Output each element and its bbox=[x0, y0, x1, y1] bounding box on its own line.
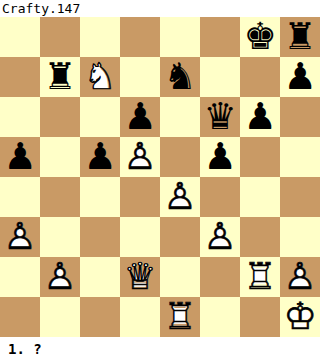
square-b4[interactable] bbox=[40, 177, 80, 217]
piece-white-p-fill: ♟ bbox=[40, 257, 80, 297]
move-prompt: 1. ? bbox=[0, 337, 320, 360]
piece-white-p-fill: ♟ bbox=[280, 257, 320, 297]
piece-black-p-icon: ♟ bbox=[200, 137, 240, 177]
piece-white-p-icon: ♙ bbox=[40, 257, 80, 297]
square-h3[interactable] bbox=[280, 217, 320, 257]
square-f4[interactable] bbox=[200, 177, 240, 217]
square-d7[interactable] bbox=[120, 57, 160, 97]
chess-board: ♚♜♜♞♘♞♟♟♛♟♟♟♟♙♟♟♙♟♙♟♙♟♙♛♕♜♖♟♙♜♖♚♔ bbox=[0, 17, 320, 337]
square-c5[interactable]: ♟ bbox=[80, 137, 120, 177]
square-h1[interactable]: ♚♔ bbox=[280, 297, 320, 337]
square-b1[interactable] bbox=[40, 297, 80, 337]
piece-white-p-fill: ♟ bbox=[0, 217, 40, 257]
piece-white-p-fill: ♟ bbox=[160, 177, 200, 217]
piece-black-r-icon: ♜ bbox=[280, 17, 320, 57]
square-f8[interactable] bbox=[200, 17, 240, 57]
square-h7[interactable]: ♟ bbox=[280, 57, 320, 97]
square-f2[interactable] bbox=[200, 257, 240, 297]
square-e1[interactable]: ♜♖ bbox=[160, 297, 200, 337]
square-a6[interactable] bbox=[0, 97, 40, 137]
square-e4[interactable]: ♟♙ bbox=[160, 177, 200, 217]
square-a5[interactable]: ♟ bbox=[0, 137, 40, 177]
piece-white-r-icon: ♖ bbox=[160, 297, 200, 337]
piece-black-n-icon: ♞ bbox=[160, 57, 200, 97]
square-d3[interactable] bbox=[120, 217, 160, 257]
square-c7[interactable]: ♞♘ bbox=[80, 57, 120, 97]
piece-white-p-icon: ♙ bbox=[200, 217, 240, 257]
piece-white-p-icon: ♙ bbox=[0, 217, 40, 257]
square-a3[interactable]: ♟♙ bbox=[0, 217, 40, 257]
square-d6[interactable]: ♟ bbox=[120, 97, 160, 137]
square-g3[interactable] bbox=[240, 217, 280, 257]
square-b6[interactable] bbox=[40, 97, 80, 137]
piece-black-p-icon: ♟ bbox=[80, 137, 120, 177]
square-f6[interactable]: ♛ bbox=[200, 97, 240, 137]
square-g7[interactable] bbox=[240, 57, 280, 97]
piece-black-q-icon: ♛ bbox=[200, 97, 240, 137]
square-d2[interactable]: ♛♕ bbox=[120, 257, 160, 297]
square-g6[interactable]: ♟ bbox=[240, 97, 280, 137]
window-title: Crafty.147 bbox=[0, 0, 320, 17]
square-b2[interactable]: ♟♙ bbox=[40, 257, 80, 297]
square-d8[interactable] bbox=[120, 17, 160, 57]
square-d1[interactable] bbox=[120, 297, 160, 337]
piece-black-r-icon: ♜ bbox=[40, 57, 80, 97]
square-f1[interactable] bbox=[200, 297, 240, 337]
square-d4[interactable] bbox=[120, 177, 160, 217]
square-c3[interactable] bbox=[80, 217, 120, 257]
square-f5[interactable]: ♟ bbox=[200, 137, 240, 177]
square-h2[interactable]: ♟♙ bbox=[280, 257, 320, 297]
square-g2[interactable]: ♜♖ bbox=[240, 257, 280, 297]
square-g5[interactable] bbox=[240, 137, 280, 177]
square-b7[interactable]: ♜ bbox=[40, 57, 80, 97]
square-h4[interactable] bbox=[280, 177, 320, 217]
piece-white-p-fill: ♟ bbox=[200, 217, 240, 257]
square-b5[interactable] bbox=[40, 137, 80, 177]
piece-white-r-fill: ♜ bbox=[240, 257, 280, 297]
square-a2[interactable] bbox=[0, 257, 40, 297]
square-e7[interactable]: ♞ bbox=[160, 57, 200, 97]
square-c2[interactable] bbox=[80, 257, 120, 297]
square-b8[interactable] bbox=[40, 17, 80, 57]
piece-black-p-icon: ♟ bbox=[280, 57, 320, 97]
piece-white-p-icon: ♙ bbox=[120, 137, 160, 177]
piece-white-n-fill: ♞ bbox=[80, 57, 120, 97]
piece-white-k-fill: ♚ bbox=[280, 297, 320, 337]
square-e8[interactable] bbox=[160, 17, 200, 57]
crafty-window: Crafty.147 ♚♜♜♞♘♞♟♟♛♟♟♟♟♙♟♟♙♟♙♟♙♟♙♛♕♜♖♟♙… bbox=[0, 0, 320, 360]
square-e6[interactable] bbox=[160, 97, 200, 137]
square-a4[interactable] bbox=[0, 177, 40, 217]
square-a8[interactable] bbox=[0, 17, 40, 57]
piece-white-r-icon: ♖ bbox=[240, 257, 280, 297]
square-e2[interactable] bbox=[160, 257, 200, 297]
square-e5[interactable] bbox=[160, 137, 200, 177]
piece-white-q-fill: ♛ bbox=[120, 257, 160, 297]
piece-white-p-icon: ♙ bbox=[280, 257, 320, 297]
square-b3[interactable] bbox=[40, 217, 80, 257]
square-c1[interactable] bbox=[80, 297, 120, 337]
piece-white-p-icon: ♙ bbox=[160, 177, 200, 217]
square-a1[interactable] bbox=[0, 297, 40, 337]
piece-white-k-icon: ♔ bbox=[280, 297, 320, 337]
square-h8[interactable]: ♜ bbox=[280, 17, 320, 57]
piece-white-q-icon: ♕ bbox=[120, 257, 160, 297]
piece-black-p-icon: ♟ bbox=[240, 97, 280, 137]
square-h6[interactable] bbox=[280, 97, 320, 137]
square-c4[interactable] bbox=[80, 177, 120, 217]
square-g4[interactable] bbox=[240, 177, 280, 217]
square-f3[interactable]: ♟♙ bbox=[200, 217, 240, 257]
square-d5[interactable]: ♟♙ bbox=[120, 137, 160, 177]
square-a7[interactable] bbox=[0, 57, 40, 97]
square-c8[interactable] bbox=[80, 17, 120, 57]
square-g8[interactable]: ♚ bbox=[240, 17, 280, 57]
square-e3[interactable] bbox=[160, 217, 200, 257]
piece-white-n-icon: ♘ bbox=[80, 57, 120, 97]
piece-white-p-fill: ♟ bbox=[120, 137, 160, 177]
piece-white-r-fill: ♜ bbox=[160, 297, 200, 337]
piece-black-p-icon: ♟ bbox=[0, 137, 40, 177]
square-h5[interactable] bbox=[280, 137, 320, 177]
square-f7[interactable] bbox=[200, 57, 240, 97]
square-g1[interactable] bbox=[240, 297, 280, 337]
piece-black-p-icon: ♟ bbox=[120, 97, 160, 137]
piece-black-k-icon: ♚ bbox=[240, 17, 280, 57]
square-c6[interactable] bbox=[80, 97, 120, 137]
